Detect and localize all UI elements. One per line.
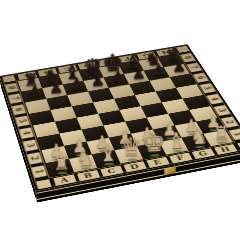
chess-board: ABCDEFGH8♜♞♝♛♚♝♞♜87♟♟♟♟♟♟♟♟7665544332♟♟♟…: [0, 44, 240, 191]
product-photo-chess-set: ABCDEFGH8♜♞♝♛♚♝♞♜87♟♟♟♟♟♟♟♟7665544332♟♟♟…: [0, 0, 240, 240]
corner-plaque: [236, 141, 240, 150]
rank-label-2: 2: [27, 152, 43, 164]
top-file-label-cell: A: [15, 70, 38, 81]
rank-label-5: 5: [15, 116, 30, 127]
rank-label-1: 1: [31, 165, 47, 178]
rank-label-6: 6: [193, 73, 209, 83]
rank-label-4: 4: [206, 94, 223, 105]
rank-label-8: 8: [5, 83, 19, 93]
rank-label-4: 4: [19, 127, 34, 139]
file-label-c: C: [57, 65, 77, 73]
rank-label-8: 8: [180, 53, 195, 62]
brass-latch: [164, 166, 176, 175]
rank-label-6: 6: [11, 104, 26, 115]
square-d5: [93, 99, 119, 114]
rank-label-7: 7: [8, 93, 22, 103]
rank-label-7: 7: [186, 63, 202, 73]
rank-label-5: 5: [199, 83, 215, 93]
rank-label-3: 3: [23, 139, 39, 151]
square-f6: [129, 81, 155, 95]
